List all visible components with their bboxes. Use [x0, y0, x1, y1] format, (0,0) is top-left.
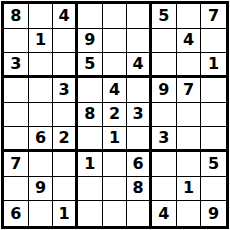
- sudoku-cell-r4c6[interactable]: [127, 78, 152, 103]
- sudoku-cell-r3c7[interactable]: [152, 53, 177, 78]
- sudoku-cell-r9c5[interactable]: [103, 201, 128, 226]
- sudoku-cell-r8c7[interactable]: [152, 177, 177, 202]
- sudoku-cell-r9c1[interactable]: 6: [4, 201, 29, 226]
- sudoku-cell-r1c2[interactable]: [29, 4, 54, 29]
- sudoku-cell-r8c2[interactable]: 9: [29, 177, 54, 202]
- sudoku-cell-r1c1[interactable]: 8: [4, 4, 29, 29]
- sudoku-cell-r1c6[interactable]: [127, 4, 152, 29]
- sudoku-cell-r1c9[interactable]: 7: [201, 4, 226, 29]
- sudoku-cell-r6c8[interactable]: [177, 127, 202, 152]
- sudoku-cell-r3c2[interactable]: [29, 53, 54, 78]
- sudoku-cell-r8c1[interactable]: [4, 177, 29, 202]
- sudoku-cell-r2c2[interactable]: 1: [29, 29, 54, 54]
- sudoku-cell-r9c6[interactable]: [127, 201, 152, 226]
- sudoku-cell-r6c9[interactable]: [201, 127, 226, 152]
- sudoku-cell-r3c6[interactable]: 4: [127, 53, 152, 78]
- sudoku-cell-r4c8[interactable]: 7: [177, 78, 202, 103]
- sudoku-cell-r1c8[interactable]: [177, 4, 202, 29]
- sudoku-cell-r1c3[interactable]: 4: [53, 4, 78, 29]
- sudoku-cell-r9c9[interactable]: 9: [201, 201, 226, 226]
- sudoku-cell-r2c7[interactable]: [152, 29, 177, 54]
- sudoku-cell-r7c2[interactable]: [29, 152, 54, 177]
- sudoku-cell-r6c1[interactable]: [4, 127, 29, 152]
- sudoku-cell-r6c2[interactable]: 6: [29, 127, 54, 152]
- sudoku-cell-r7c9[interactable]: 5: [201, 152, 226, 177]
- sudoku-cell-r2c9[interactable]: [201, 29, 226, 54]
- sudoku-cell-r4c9[interactable]: [201, 78, 226, 103]
- sudoku-cell-r2c8[interactable]: 4: [177, 29, 202, 54]
- sudoku-cell-r8c3[interactable]: [53, 177, 78, 202]
- sudoku-cell-r3c3[interactable]: [53, 53, 78, 78]
- sudoku-cell-r9c8[interactable]: [177, 201, 202, 226]
- sudoku-cell-r4c7[interactable]: 9: [152, 78, 177, 103]
- sudoku-cell-r3c8[interactable]: [177, 53, 202, 78]
- sudoku-cell-r7c7[interactable]: [152, 152, 177, 177]
- sudoku-cell-r9c2[interactable]: [29, 201, 54, 226]
- sudoku-cell-r4c4[interactable]: [78, 78, 103, 103]
- sudoku-cell-r3c9[interactable]: 1: [201, 53, 226, 78]
- sudoku-cell-r2c4[interactable]: 9: [78, 29, 103, 54]
- sudoku-cell-r7c6[interactable]: 6: [127, 152, 152, 177]
- sudoku-cell-r3c1[interactable]: 3: [4, 53, 29, 78]
- sudoku-cell-r7c3[interactable]: [53, 152, 78, 177]
- sudoku-cell-r2c1[interactable]: [4, 29, 29, 54]
- sudoku-cell-r4c1[interactable]: [4, 78, 29, 103]
- sudoku-cell-r1c4[interactable]: [78, 4, 103, 29]
- sudoku-board-wrapper: 845719435413497823621371659816149: [0, 0, 230, 230]
- sudoku-cell-r3c4[interactable]: 5: [78, 53, 103, 78]
- sudoku-cell-r9c4[interactable]: [78, 201, 103, 226]
- sudoku-cell-r2c5[interactable]: [103, 29, 128, 54]
- sudoku-cell-r8c6[interactable]: 8: [127, 177, 152, 202]
- sudoku-cell-r5c8[interactable]: [177, 103, 202, 128]
- sudoku-cell-r3c5[interactable]: [103, 53, 128, 78]
- sudoku-cell-r1c5[interactable]: [103, 4, 128, 29]
- sudoku-cell-r6c6[interactable]: [127, 127, 152, 152]
- sudoku-cell-r6c5[interactable]: 1: [103, 127, 128, 152]
- sudoku-cell-r6c7[interactable]: 3: [152, 127, 177, 152]
- sudoku-cell-r7c5[interactable]: [103, 152, 128, 177]
- sudoku-cell-r7c1[interactable]: 7: [4, 152, 29, 177]
- sudoku-cell-r5c7[interactable]: [152, 103, 177, 128]
- sudoku-cell-r7c8[interactable]: [177, 152, 202, 177]
- sudoku-cell-r8c9[interactable]: [201, 177, 226, 202]
- sudoku-cell-r5c3[interactable]: [53, 103, 78, 128]
- sudoku-cell-r8c5[interactable]: [103, 177, 128, 202]
- sudoku-cell-r4c2[interactable]: [29, 78, 54, 103]
- sudoku-cell-r2c6[interactable]: [127, 29, 152, 54]
- sudoku-cell-r8c8[interactable]: 1: [177, 177, 202, 202]
- sudoku-cell-r9c3[interactable]: 1: [53, 201, 78, 226]
- sudoku-cell-r6c4[interactable]: [78, 127, 103, 152]
- sudoku-cell-r7c4[interactable]: 1: [78, 152, 103, 177]
- sudoku-cell-r5c1[interactable]: [4, 103, 29, 128]
- sudoku-cell-r8c4[interactable]: [78, 177, 103, 202]
- sudoku-cell-r6c3[interactable]: 2: [53, 127, 78, 152]
- sudoku-cell-r4c3[interactable]: 3: [53, 78, 78, 103]
- sudoku-cell-r5c9[interactable]: [201, 103, 226, 128]
- sudoku-board: 845719435413497823621371659816149: [1, 1, 229, 229]
- sudoku-cell-r5c6[interactable]: 3: [127, 103, 152, 128]
- sudoku-cell-r1c7[interactable]: 5: [152, 4, 177, 29]
- sudoku-cell-r9c7[interactable]: 4: [152, 201, 177, 226]
- sudoku-cell-r4c5[interactable]: 4: [103, 78, 128, 103]
- sudoku-cell-r5c4[interactable]: 8: [78, 103, 103, 128]
- sudoku-cell-r2c3[interactable]: [53, 29, 78, 54]
- sudoku-cell-r5c2[interactable]: [29, 103, 54, 128]
- sudoku-cell-r5c5[interactable]: 2: [103, 103, 128, 128]
